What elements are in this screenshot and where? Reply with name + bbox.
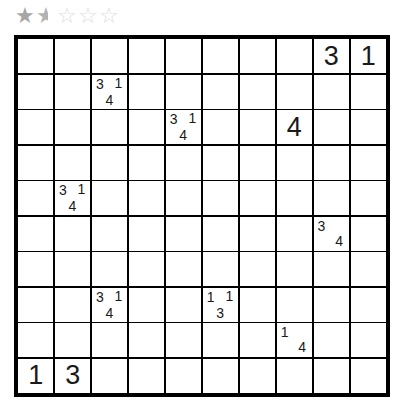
clue-digit: 1 <box>18 359 53 393</box>
cell-r10c8[interactable] <box>277 359 312 393</box>
cell-r5c8[interactable] <box>277 181 312 215</box>
cell-r3c2[interactable] <box>55 110 90 144</box>
clue-digit: 1 <box>115 76 123 90</box>
cell-r9c6[interactable] <box>203 323 238 357</box>
cell-r8c9[interactable] <box>314 288 349 322</box>
cell-r8c1[interactable] <box>18 288 53 322</box>
cell-r6c5[interactable] <box>166 217 201 251</box>
cell-r5c10[interactable] <box>351 181 386 215</box>
cell-r8c4[interactable] <box>129 288 164 322</box>
cell-r7c10[interactable] <box>351 252 386 286</box>
cell-r3c4[interactable] <box>129 110 164 144</box>
clue-digit: 1 <box>281 325 289 339</box>
cell-r3c6[interactable] <box>203 110 238 144</box>
cell-r6c9[interactable]: 34 <box>314 217 349 251</box>
clue-digit: 4 <box>277 110 312 144</box>
cell-r1c7[interactable] <box>240 39 275 73</box>
cell-r2c8[interactable] <box>277 75 312 109</box>
cell-r9c2[interactable] <box>55 323 90 357</box>
tapa-grid: 313143144314343141131413 <box>14 35 390 397</box>
clue-digit: 4 <box>335 234 343 248</box>
cell-r9c4[interactable] <box>129 323 164 357</box>
cell-r5c5[interactable] <box>166 181 201 215</box>
cell-r5c1[interactable] <box>18 181 53 215</box>
clue-digit: 4 <box>105 93 113 107</box>
clue-digit: 1 <box>188 111 196 125</box>
cell-r6c2[interactable] <box>55 217 90 251</box>
clue-digit: 3 <box>55 359 90 393</box>
cell-r7c6[interactable] <box>203 252 238 286</box>
clue-digit: 3 <box>96 77 104 91</box>
cell-r2c2[interactable] <box>55 75 90 109</box>
cell-r10c4[interactable] <box>129 359 164 393</box>
clue-digit: 1 <box>207 290 215 304</box>
cell-r10c7[interactable] <box>240 359 275 393</box>
cell-r7c9[interactable] <box>314 252 349 286</box>
cell-r5c2[interactable]: 314 <box>55 181 90 215</box>
clue-digit: 3 <box>170 112 178 126</box>
clue-digit: 4 <box>68 199 76 213</box>
cell-r9c10[interactable] <box>351 323 386 357</box>
cell-r7c3[interactable] <box>92 252 127 286</box>
cell-r4c2[interactable] <box>55 146 90 180</box>
cell-r5c9[interactable] <box>314 181 349 215</box>
cell-r1c6[interactable] <box>203 39 238 73</box>
cell-r7c1[interactable] <box>18 252 53 286</box>
star-icon-3: ☆ <box>57 3 78 29</box>
cell-r10c10[interactable] <box>351 359 386 393</box>
cell-r9c8[interactable]: 14 <box>277 323 312 357</box>
cell-r10c1[interactable]: 1 <box>18 359 53 393</box>
cell-r6c10[interactable] <box>351 217 386 251</box>
cell-r10c6[interactable] <box>203 359 238 393</box>
clue-digit: 4 <box>179 128 187 142</box>
cell-r4c10[interactable] <box>351 146 386 180</box>
cell-r1c2[interactable] <box>55 39 90 73</box>
cell-r6c8[interactable] <box>277 217 312 251</box>
cell-r4c1[interactable] <box>18 146 53 180</box>
cell-r9c7[interactable] <box>240 323 275 357</box>
star-icon-2: ★★ <box>36 3 57 29</box>
cell-r10c9[interactable] <box>314 359 349 393</box>
cell-r6c1[interactable] <box>18 217 53 251</box>
cell-r8c7[interactable] <box>240 288 275 322</box>
cell-r1c10[interactable]: 1 <box>351 39 386 73</box>
cell-r4c7[interactable] <box>240 146 275 180</box>
cell-r1c9[interactable]: 3 <box>314 39 349 73</box>
cell-r6c7[interactable] <box>240 217 275 251</box>
clue-digit: 1 <box>78 182 86 196</box>
cell-r8c5[interactable] <box>166 288 201 322</box>
star-icon-4: ☆ <box>78 3 99 29</box>
cell-r2c4[interactable] <box>129 75 164 109</box>
cell-r7c4[interactable] <box>129 252 164 286</box>
cell-r7c5[interactable] <box>166 252 201 286</box>
cell-r4c8[interactable] <box>277 146 312 180</box>
clue-digit: 3 <box>318 219 326 233</box>
cell-r4c3[interactable] <box>92 146 127 180</box>
cell-r3c7[interactable] <box>240 110 275 144</box>
cell-r7c2[interactable] <box>55 252 90 286</box>
cell-r5c6[interactable] <box>203 181 238 215</box>
cell-r10c2[interactable]: 3 <box>55 359 90 393</box>
cell-r2c9[interactable] <box>314 75 349 109</box>
clue-digit: 3 <box>96 290 104 304</box>
cell-r3c5[interactable]: 314 <box>166 110 201 144</box>
cell-r8c2[interactable] <box>55 288 90 322</box>
cell-r2c6[interactable] <box>203 75 238 109</box>
cell-r3c8[interactable]: 4 <box>277 110 312 144</box>
cell-r1c5[interactable] <box>166 39 201 73</box>
cell-r5c3[interactable] <box>92 181 127 215</box>
cell-r9c3[interactable] <box>92 323 127 357</box>
cell-r8c8[interactable] <box>277 288 312 322</box>
cell-r10c3[interactable] <box>92 359 127 393</box>
cell-r4c9[interactable] <box>314 146 349 180</box>
cell-r8c3[interactable]: 314 <box>92 288 127 322</box>
cell-r3c9[interactable] <box>314 110 349 144</box>
cell-r4c6[interactable] <box>203 146 238 180</box>
cell-r4c5[interactable] <box>166 146 201 180</box>
cell-r2c10[interactable] <box>351 75 386 109</box>
cell-r3c10[interactable] <box>351 110 386 144</box>
cell-r3c3[interactable] <box>92 110 127 144</box>
star-icon-5: ☆ <box>99 3 120 29</box>
cell-r9c9[interactable] <box>314 323 349 357</box>
clue-digit: 3 <box>216 306 224 320</box>
cell-r1c1[interactable] <box>18 39 53 73</box>
cell-r5c7[interactable] <box>240 181 275 215</box>
cell-r3c1[interactable] <box>18 110 53 144</box>
cell-r7c7[interactable] <box>240 252 275 286</box>
difficulty-rating: ★★★☆☆☆ <box>15 3 120 29</box>
cell-r1c4[interactable] <box>129 39 164 73</box>
clue-digit: 3 <box>59 183 67 197</box>
cell-r2c1[interactable] <box>18 75 53 109</box>
clue-digit: 4 <box>298 340 306 354</box>
cell-r10c5[interactable] <box>166 359 201 393</box>
cell-r5c4[interactable] <box>129 181 164 215</box>
cell-r8c10[interactable] <box>351 288 386 322</box>
clue-digit: 1 <box>225 289 233 303</box>
cell-r9c5[interactable] <box>166 323 201 357</box>
cell-r8c6[interactable]: 113 <box>203 288 238 322</box>
cell-r1c3[interactable] <box>92 39 127 73</box>
cell-r6c3[interactable] <box>92 217 127 251</box>
cell-r2c7[interactable] <box>240 75 275 109</box>
clue-digit: 3 <box>314 39 349 73</box>
clue-digit: 1 <box>351 39 386 73</box>
cell-r9c1[interactable] <box>18 323 53 357</box>
cell-r4c4[interactable] <box>129 146 164 180</box>
cell-r7c8[interactable] <box>277 252 312 286</box>
clue-digit: 1 <box>115 289 123 303</box>
cell-r2c3[interactable]: 314 <box>92 75 127 109</box>
cell-r2c5[interactable] <box>166 75 201 109</box>
cell-r1c8[interactable] <box>277 39 312 73</box>
clue-digit: 4 <box>105 306 113 320</box>
cell-r6c4[interactable] <box>129 217 164 251</box>
cell-r6c6[interactable] <box>203 217 238 251</box>
star-icon-1: ★ <box>15 3 36 29</box>
